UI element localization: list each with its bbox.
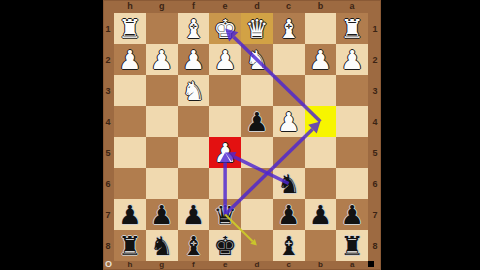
piece-white-pawn-e5[interactable]: ♟	[213, 140, 236, 166]
square-a4[interactable]	[336, 106, 368, 137]
piece-white-pawn-b2[interactable]: ♟	[309, 47, 332, 73]
square-a3[interactable]	[336, 75, 368, 106]
piece-white-rook-h1[interactable]: ♜	[118, 16, 141, 42]
piece-black-knight-c6[interactable]: ♞	[277, 171, 300, 197]
coord-label-2: 2	[105, 55, 110, 64]
square-c6[interactable]: ♞	[273, 168, 305, 199]
coord-label-h: h	[127, 261, 132, 269]
square-h8[interactable]: ♜	[114, 230, 146, 261]
coord-label-b: b	[318, 2, 324, 11]
piece-white-knight-f3[interactable]: ♞	[182, 78, 205, 104]
piece-white-knight-d2[interactable]: ♞	[245, 47, 268, 73]
coord-label-1: 1	[105, 24, 110, 33]
coord-label-8: 8	[372, 241, 377, 250]
piece-white-bishop-c1[interactable]: ♝	[277, 16, 300, 42]
coord-label-g: g	[159, 261, 164, 269]
square-g4[interactable]	[146, 106, 178, 137]
square-e4[interactable]	[209, 106, 241, 137]
square-h1[interactable]: ♜	[114, 13, 146, 44]
square-g6[interactable]	[146, 168, 178, 199]
piece-black-pawn-h7[interactable]: ♟	[118, 202, 141, 228]
square-b4[interactable]	[305, 106, 337, 137]
square-f5[interactable]	[178, 137, 210, 168]
coord-label-a: a	[350, 261, 354, 269]
square-b6[interactable]	[305, 168, 337, 199]
square-b3[interactable]	[305, 75, 337, 106]
coord-label-7: 7	[105, 210, 110, 219]
square-f3[interactable]: ♞	[178, 75, 210, 106]
piece-white-pawn-e2[interactable]: ♟	[213, 47, 236, 73]
coord-label-6: 6	[372, 179, 377, 188]
piece-black-rook-h8[interactable]: ♜	[118, 233, 141, 259]
square-g7[interactable]: ♟	[146, 199, 178, 230]
square-a7[interactable]: ♟	[336, 199, 368, 230]
piece-black-pawn-b7[interactable]: ♟	[309, 202, 332, 228]
square-a1[interactable]: ♜	[336, 13, 368, 44]
coord-label-8: 8	[105, 241, 110, 250]
square-a6[interactable]	[336, 168, 368, 199]
coord-label-h: h	[127, 2, 133, 11]
square-f1[interactable]: ♝	[178, 13, 210, 44]
piece-white-queen-d1[interactable]: ♛	[245, 16, 268, 42]
square-g1[interactable]	[146, 13, 178, 44]
square-e5[interactable]: ♟	[209, 137, 241, 168]
coord-label-a: a	[350, 2, 355, 11]
square-h7[interactable]: ♟	[114, 199, 146, 230]
piece-black-pawn-d4[interactable]: ♟	[245, 109, 268, 135]
coord-label-3: 3	[372, 86, 377, 95]
coord-label-e: e	[223, 261, 227, 269]
square-d3[interactable]	[241, 75, 273, 106]
coord-label-d: d	[254, 261, 259, 269]
square-d2[interactable]: ♞	[241, 44, 273, 75]
square-b1[interactable]	[305, 13, 337, 44]
piece-white-pawn-f2[interactable]: ♟	[182, 47, 205, 73]
square-d7[interactable]	[241, 199, 273, 230]
coord-label-e: e	[223, 2, 228, 11]
piece-black-rook-a8[interactable]: ♜	[340, 233, 363, 259]
square-a2[interactable]: ♟	[336, 44, 368, 75]
square-d5[interactable]	[241, 137, 273, 168]
coord-label-2: 2	[372, 55, 377, 64]
square-a8[interactable]: ♜	[336, 230, 368, 261]
square-g5[interactable]	[146, 137, 178, 168]
piece-black-pawn-a7[interactable]: ♟	[340, 202, 363, 228]
square-h3[interactable]	[114, 75, 146, 106]
coord-label-4: 4	[372, 117, 377, 126]
square-c1[interactable]: ♝	[273, 13, 305, 44]
coord-label-c: c	[286, 2, 291, 11]
coord-label-c: c	[286, 261, 290, 269]
square-c7[interactable]: ♟	[273, 199, 305, 230]
coord-label-7: 7	[372, 210, 377, 219]
coord-label-f: f	[192, 2, 195, 11]
square-f4[interactable]	[178, 106, 210, 137]
coord-label-4: 4	[105, 117, 110, 126]
square-c8[interactable]: ♝	[273, 230, 305, 261]
square-e1[interactable]: ♚	[209, 13, 241, 44]
square-h4[interactable]	[114, 106, 146, 137]
video-frame: ♜♝♚♛♝♜♟♟♟♟♞♟♟♞♟♟♟♞♟♟♟♛♟♟♟♜♞♝♚♝♜ O hhggff…	[0, 0, 480, 270]
square-c4[interactable]: ♟	[273, 106, 305, 137]
square-d8[interactable]	[241, 230, 273, 261]
corner-square-marker	[368, 261, 374, 267]
piece-white-king-e1[interactable]: ♚	[213, 16, 236, 42]
piece-white-pawn-a2[interactable]: ♟	[340, 47, 363, 73]
square-h6[interactable]	[114, 168, 146, 199]
square-g2[interactable]: ♟	[146, 44, 178, 75]
square-c3[interactable]	[273, 75, 305, 106]
coord-label-5: 5	[105, 148, 110, 157]
coord-label-6: 6	[105, 179, 110, 188]
piece-black-pawn-f7[interactable]: ♟	[182, 202, 205, 228]
square-c5[interactable]	[273, 137, 305, 168]
square-f7[interactable]: ♟	[178, 199, 210, 230]
piece-black-queen-e7[interactable]: ♛	[213, 202, 236, 228]
square-g3[interactable]	[146, 75, 178, 106]
square-e2[interactable]: ♟	[209, 44, 241, 75]
piece-black-pawn-c7[interactable]: ♟	[277, 202, 300, 228]
square-e3[interactable]	[209, 75, 241, 106]
square-e8[interactable]: ♚	[209, 230, 241, 261]
piece-black-knight-g8[interactable]: ♞	[150, 233, 173, 259]
coord-label-3: 3	[105, 86, 110, 95]
square-b7[interactable]: ♟	[305, 199, 337, 230]
piece-white-pawn-h2[interactable]: ♟	[118, 47, 141, 73]
square-c2[interactable]	[273, 44, 305, 75]
square-g8[interactable]: ♞	[146, 230, 178, 261]
square-f8[interactable]: ♝	[178, 230, 210, 261]
piece-white-pawn-c4[interactable]: ♟	[277, 109, 300, 135]
piece-white-rook-a1[interactable]: ♜	[340, 16, 363, 42]
square-b2[interactable]: ♟	[305, 44, 337, 75]
square-h5[interactable]	[114, 137, 146, 168]
square-d4[interactable]: ♟	[241, 106, 273, 137]
square-f2[interactable]: ♟	[178, 44, 210, 75]
coord-label-d: d	[254, 2, 260, 11]
square-f6[interactable]	[178, 168, 210, 199]
coord-label-5: 5	[372, 148, 377, 157]
piece-white-bishop-f1[interactable]: ♝	[182, 16, 205, 42]
chess-board: ♜♝♚♛♝♜♟♟♟♟♞♟♟♞♟♟♟♞♟♟♟♛♟♟♟♜♞♝♚♝♜ O hhggff…	[103, 0, 381, 270]
piece-black-pawn-g7[interactable]: ♟	[150, 202, 173, 228]
coord-label-g: g	[159, 2, 165, 11]
squares: ♜♝♚♛♝♜♟♟♟♟♞♟♟♞♟♟♟♞♟♟♟♛♟♟♟♜♞♝♚♝♜	[114, 13, 368, 261]
coord-label-f: f	[192, 261, 195, 269]
corner-ring-glyph: O	[105, 260, 113, 268]
piece-white-pawn-g2[interactable]: ♟	[150, 47, 173, 73]
square-b8[interactable]	[305, 230, 337, 261]
piece-black-bishop-f8[interactable]: ♝	[182, 233, 205, 259]
piece-black-king-e8[interactable]: ♚	[213, 233, 236, 259]
square-b5[interactable]	[305, 137, 337, 168]
square-e6[interactable]	[209, 168, 241, 199]
square-a5[interactable]	[336, 137, 368, 168]
square-d6[interactable]	[241, 168, 273, 199]
square-d1[interactable]: ♛	[241, 13, 273, 44]
coord-label-b: b	[318, 261, 323, 269]
piece-black-bishop-c8[interactable]: ♝	[277, 233, 300, 259]
coord-label-1: 1	[372, 24, 377, 33]
square-h2[interactable]: ♟	[114, 44, 146, 75]
square-e7[interactable]: ♛	[209, 199, 241, 230]
